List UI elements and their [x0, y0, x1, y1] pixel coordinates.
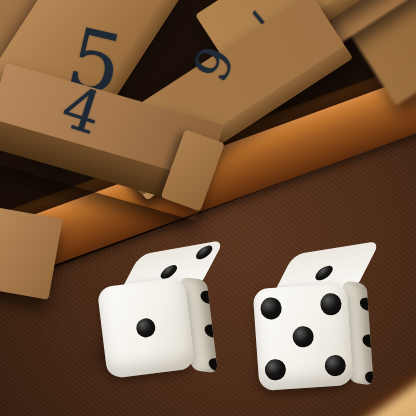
pip — [313, 265, 336, 282]
pip-partial — [200, 290, 217, 305]
die-left-front-face — [97, 277, 196, 379]
pip — [260, 297, 282, 320]
pip-partial — [208, 357, 218, 372]
pip — [324, 354, 346, 377]
die-right — [252, 250, 372, 392]
pip — [292, 326, 314, 349]
pip — [320, 293, 342, 316]
pip — [193, 244, 216, 260]
pip-partial — [359, 297, 373, 312]
pip-partial — [204, 324, 218, 339]
pip-partial — [362, 334, 374, 349]
pip — [135, 317, 157, 339]
die-left — [100, 246, 220, 376]
pip — [264, 358, 286, 381]
shut-the-box-photo: 8 7 6 5 4 — [0, 0, 416, 416]
die-right-front-face — [253, 283, 354, 391]
